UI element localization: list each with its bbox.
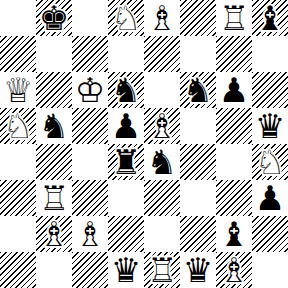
black-knight-glyph: ♞ (108, 72, 144, 108)
square-c7[interactable] (72, 36, 108, 72)
piece-black-rook: ♜♜ (108, 144, 144, 180)
square-a4[interactable] (0, 144, 36, 180)
piece-black-king: ♚♚ (36, 0, 72, 36)
square-b7[interactable] (36, 36, 72, 72)
square-h7[interactable] (252, 36, 288, 72)
black-knight-glyph: ♞ (144, 144, 180, 180)
square-a3[interactable] (0, 180, 36, 216)
square-g3[interactable] (216, 180, 252, 216)
piece-black-queen: ♛♛ (180, 252, 216, 288)
square-d2[interactable] (108, 216, 144, 252)
square-b4[interactable] (36, 144, 72, 180)
square-d4[interactable]: ♜♜ (108, 144, 144, 180)
piece-black-bishop: ♝♝ (216, 216, 252, 252)
white-bishop-glyph: ♗ (36, 216, 72, 252)
white-bishop-glyph: ♗ (72, 216, 108, 252)
piece-white-knight: ♞♘ (252, 144, 288, 180)
square-c1[interactable] (72, 252, 108, 288)
square-f2[interactable] (180, 216, 216, 252)
square-b6[interactable] (36, 72, 72, 108)
square-e3[interactable] (144, 180, 180, 216)
piece-white-bishop: ♝♗ (72, 216, 108, 252)
piece-black-pawn: ♟♟ (252, 180, 288, 216)
white-rook-glyph: ♖ (216, 0, 252, 36)
square-g7[interactable] (216, 36, 252, 72)
black-pawn-glyph: ♟ (108, 108, 144, 144)
square-g8[interactable]: ♜♖ (216, 0, 252, 36)
piece-white-knight: ♞♘ (108, 0, 144, 36)
black-rook-glyph: ♜ (108, 144, 144, 180)
white-knight-glyph: ♘ (0, 108, 36, 144)
black-bishop-glyph: ♝ (252, 0, 288, 36)
white-bishop-glyph: ♗ (144, 0, 180, 36)
piece-white-rook: ♜♖ (36, 180, 72, 216)
piece-white-bishop: ♝♗ (144, 108, 180, 144)
square-c8[interactable] (72, 0, 108, 36)
white-bishop-glyph: ♗ (216, 252, 252, 288)
square-e1[interactable]: ♜♖ (144, 252, 180, 288)
square-c4[interactable] (72, 144, 108, 180)
black-queen-glyph: ♛ (180, 252, 216, 288)
piece-white-bishop: ♝♗ (216, 252, 252, 288)
square-e4[interactable]: ♞♞ (144, 144, 180, 180)
square-e7[interactable] (144, 36, 180, 72)
square-a6[interactable]: ♛♕ (0, 72, 36, 108)
square-e8[interactable]: ♝♗ (144, 0, 180, 36)
square-h4[interactable]: ♞♘ (252, 144, 288, 180)
white-queen-glyph: ♕ (0, 72, 36, 108)
square-f5[interactable] (180, 108, 216, 144)
piece-black-knight: ♞♞ (108, 72, 144, 108)
square-d5[interactable]: ♟♟ (108, 108, 144, 144)
white-bishop-glyph: ♗ (144, 108, 180, 144)
piece-black-knight: ♞♞ (180, 72, 216, 108)
square-g1[interactable]: ♝♗ (216, 252, 252, 288)
white-king-glyph: ♔ (72, 72, 108, 108)
square-d6[interactable]: ♞♞ (108, 72, 144, 108)
black-pawn-glyph: ♟ (216, 72, 252, 108)
square-c2[interactable]: ♝♗ (72, 216, 108, 252)
white-knight-glyph: ♘ (252, 144, 288, 180)
piece-white-bishop: ♝♗ (144, 0, 180, 36)
black-bishop-glyph: ♝ (216, 216, 252, 252)
piece-black-bishop: ♝♝ (252, 0, 288, 36)
piece-black-pawn: ♟♟ (216, 72, 252, 108)
square-e6[interactable] (144, 72, 180, 108)
square-b2[interactable]: ♝♗ (36, 216, 72, 252)
square-d1[interactable]: ♛♛ (108, 252, 144, 288)
square-d8[interactable]: ♞♘ (108, 0, 144, 36)
square-f8[interactable] (180, 0, 216, 36)
square-h3[interactable]: ♟♟ (252, 180, 288, 216)
square-h2[interactable] (252, 216, 288, 252)
square-f1[interactable]: ♛♛ (180, 252, 216, 288)
black-knight-glyph: ♞ (180, 72, 216, 108)
square-f7[interactable] (180, 36, 216, 72)
piece-white-rook: ♜♖ (144, 252, 180, 288)
piece-white-knight: ♞♘ (0, 108, 36, 144)
piece-white-queen: ♛♕ (0, 72, 36, 108)
square-e5[interactable]: ♝♗ (144, 108, 180, 144)
square-c5[interactable] (72, 108, 108, 144)
square-c6[interactable]: ♚♔ (72, 72, 108, 108)
square-h8[interactable]: ♝♝ (252, 0, 288, 36)
piece-white-rook: ♜♖ (216, 0, 252, 36)
square-b1[interactable] (36, 252, 72, 288)
square-b8[interactable]: ♚♚ (36, 0, 72, 36)
white-knight-glyph: ♘ (108, 0, 144, 36)
square-f3[interactable] (180, 180, 216, 216)
piece-black-knight: ♞♞ (144, 144, 180, 180)
square-g6[interactable]: ♟♟ (216, 72, 252, 108)
square-a7[interactable] (0, 36, 36, 72)
square-g4[interactable] (216, 144, 252, 180)
piece-black-queen: ♛♛ (108, 252, 144, 288)
square-g2[interactable]: ♝♝ (216, 216, 252, 252)
black-pawn-glyph: ♟ (252, 180, 288, 216)
square-d3[interactable] (108, 180, 144, 216)
square-h1[interactable] (252, 252, 288, 288)
black-queen-glyph: ♛ (108, 252, 144, 288)
piece-black-knight: ♞♞ (36, 108, 72, 144)
piece-black-pawn: ♟♟ (108, 108, 144, 144)
chess-board: ♚♚♞♘♝♗♜♖♝♝♛♕♚♔♞♞♞♞♟♟♞♘♞♞♟♟♝♗♛♛♜♜♞♞♞♘♜♖♟♟… (0, 0, 288, 288)
square-f6[interactable]: ♞♞ (180, 72, 216, 108)
piece-white-king: ♚♔ (72, 72, 108, 108)
white-rook-glyph: ♖ (144, 252, 180, 288)
square-h6[interactable] (252, 72, 288, 108)
black-queen-glyph: ♛ (252, 108, 288, 144)
white-rook-glyph: ♖ (36, 180, 72, 216)
square-a8[interactable] (0, 0, 36, 36)
square-a5[interactable]: ♞♘ (0, 108, 36, 144)
square-d7[interactable] (108, 36, 144, 72)
square-h5[interactable]: ♛♛ (252, 108, 288, 144)
square-b3[interactable]: ♜♖ (36, 180, 72, 216)
square-b5[interactable]: ♞♞ (36, 108, 72, 144)
square-g5[interactable] (216, 108, 252, 144)
piece-white-bishop: ♝♗ (36, 216, 72, 252)
square-f4[interactable] (180, 144, 216, 180)
square-e2[interactable] (144, 216, 180, 252)
black-knight-glyph: ♞ (36, 108, 72, 144)
square-a1[interactable] (0, 252, 36, 288)
square-a2[interactable] (0, 216, 36, 252)
black-king-glyph: ♚ (36, 0, 72, 36)
piece-black-queen: ♛♛ (252, 108, 288, 144)
square-c3[interactable] (72, 180, 108, 216)
